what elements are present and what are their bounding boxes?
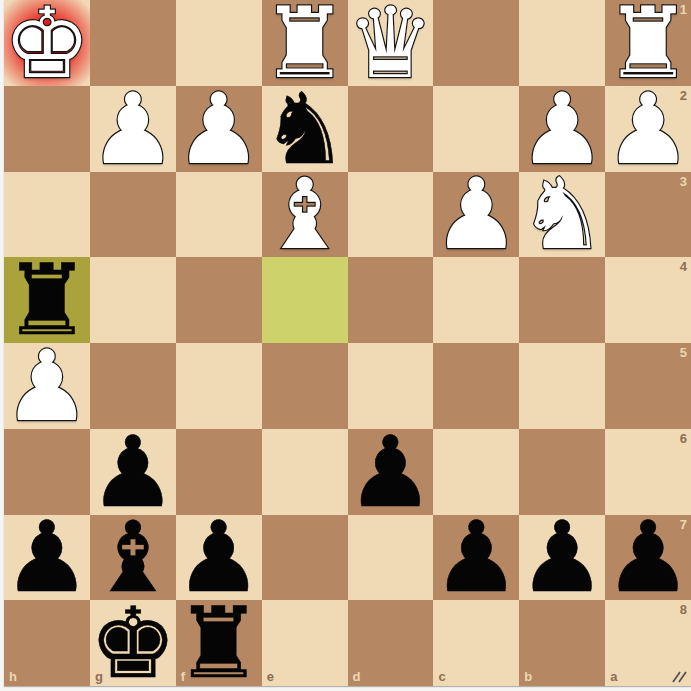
square-b3[interactable]: ♞ [519,172,605,258]
board-resize-handle-icon[interactable] [671,670,688,684]
square-h5[interactable]: ♟ [4,343,90,429]
square-h1[interactable]: ♚ [4,0,90,86]
square-b8[interactable]: b [519,600,605,686]
rank-label-4: 4 [680,260,687,273]
square-e3[interactable]: ♝ [262,172,348,258]
square-d6[interactable]: ♟ [348,429,434,515]
file-label-d: d [353,670,361,683]
rank-label-5: 5 [680,346,687,359]
piece-white-pawn-c3[interactable]: ♟ [433,172,519,258]
square-d4[interactable] [348,257,434,343]
piece-black-pawn-b7[interactable]: ♟ [519,515,605,601]
piece-white-pawn-h5[interactable]: ♟ [4,343,90,429]
piece-white-pawn-a2[interactable]: ♟ [605,86,691,172]
rank-label-6: 6 [680,432,687,445]
file-label-h: h [9,670,17,683]
square-d2[interactable] [348,86,434,172]
square-f4[interactable] [176,257,262,343]
file-label-c: c [438,670,445,683]
square-d7[interactable] [348,515,434,601]
piece-black-pawn-a7[interactable]: ♟ [605,515,691,601]
square-g4[interactable] [90,257,176,343]
square-a4[interactable]: 4 [605,257,691,343]
square-g2[interactable]: ♟ [90,86,176,172]
piece-white-bishop-e3[interactable]: ♝ [262,172,348,258]
rank-label-8: 8 [680,603,687,616]
piece-black-pawn-h7[interactable]: ♟ [4,515,90,601]
square-a3[interactable]: 3 [605,172,691,258]
file-label-a: a [610,670,617,683]
square-c1[interactable] [433,0,519,86]
chess-board-container: ♚♜♛♜1♟♟♞♟♟2♝♟♞3♜4♟5♟♟6♟♝♟♟♟♟7h♚g♜fedcb8a [4,0,691,686]
piece-black-rook-f8[interactable]: ♜ [176,600,262,686]
square-c4[interactable] [433,257,519,343]
square-d3[interactable] [348,172,434,258]
square-b4[interactable] [519,257,605,343]
square-c8[interactable]: c [433,600,519,686]
square-b7[interactable]: ♟ [519,515,605,601]
piece-white-king-h1[interactable]: ♚ [4,0,90,86]
square-a7[interactable]: ♟7 [605,515,691,601]
piece-black-king-g8[interactable]: ♚ [90,600,176,686]
square-c7[interactable]: ♟ [433,515,519,601]
square-f2[interactable]: ♟ [176,86,262,172]
square-c5[interactable] [433,343,519,429]
square-h8[interactable]: h [4,600,90,686]
chess-board: ♚♜♛♜1♟♟♞♟♟2♝♟♞3♜4♟5♟♟6♟♝♟♟♟♟7h♚g♜fedcb8a [4,0,691,686]
piece-black-pawn-c7[interactable]: ♟ [433,515,519,601]
square-a2[interactable]: ♟2 [605,86,691,172]
square-a5[interactable]: 5 [605,343,691,429]
square-d8[interactable]: d [348,600,434,686]
square-h2[interactable] [4,86,90,172]
square-e8[interactable]: e [262,600,348,686]
piece-white-pawn-g2[interactable]: ♟ [90,86,176,172]
rank-label-3: 3 [680,175,687,188]
piece-white-pawn-f2[interactable]: ♟ [176,86,262,172]
square-g8[interactable]: ♚g [90,600,176,686]
square-e5[interactable] [262,343,348,429]
square-e6[interactable] [262,429,348,515]
square-h7[interactable]: ♟ [4,515,90,601]
piece-white-knight-b3[interactable]: ♞ [519,172,605,258]
piece-black-pawn-d6[interactable]: ♟ [348,429,434,515]
square-f5[interactable] [176,343,262,429]
file-label-e: e [267,670,274,683]
square-c3[interactable]: ♟ [433,172,519,258]
piece-white-queen-d1[interactable]: ♛ [348,0,434,86]
file-label-b: b [524,670,532,683]
square-g3[interactable] [90,172,176,258]
square-b5[interactable] [519,343,605,429]
square-e4[interactable] [262,257,348,343]
square-f3[interactable] [176,172,262,258]
square-f8[interactable]: ♜f [176,600,262,686]
square-d1[interactable]: ♛ [348,0,434,86]
square-e7[interactable] [262,515,348,601]
